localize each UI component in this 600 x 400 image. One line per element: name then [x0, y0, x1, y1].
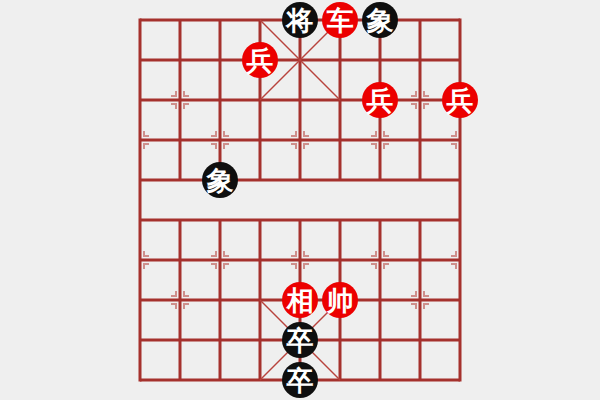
point-f7: 帅: [320, 280, 360, 320]
piece-black-soldier-1[interactable]: 卒: [282, 322, 318, 358]
pieces-layer: 将车象兵兵兵象相帅卒卒: [120, 0, 480, 400]
point-c4: 象: [200, 160, 240, 200]
point-g2: 兵: [360, 80, 400, 120]
point-i2: 兵: [440, 80, 480, 120]
piece-red-soldier-2[interactable]: 兵: [362, 82, 398, 118]
piece-black-elephant-1[interactable]: 象: [362, 2, 398, 38]
point-f0: 车: [320, 0, 360, 40]
piece-red-chariot[interactable]: 车: [322, 2, 358, 38]
piece-black-soldier-2[interactable]: 卒: [282, 362, 318, 398]
point-e0: 将: [280, 0, 320, 40]
piece-black-general[interactable]: 将: [282, 2, 318, 38]
point-e8: 卒: [280, 320, 320, 360]
piece-black-elephant-2[interactable]: 象: [202, 162, 238, 198]
piece-red-general[interactable]: 帅: [322, 282, 358, 318]
point-g0: 象: [360, 0, 400, 40]
point-e9: 卒: [280, 360, 320, 400]
piece-red-soldier-3[interactable]: 兵: [442, 82, 478, 118]
piece-red-soldier-1[interactable]: 兵: [242, 42, 278, 78]
piece-red-elephant[interactable]: 相: [282, 282, 318, 318]
point-e7: 相: [280, 280, 320, 320]
xiangqi-board: 将车象兵兵兵象相帅卒卒: [0, 0, 600, 400]
point-d1: 兵: [240, 40, 280, 80]
